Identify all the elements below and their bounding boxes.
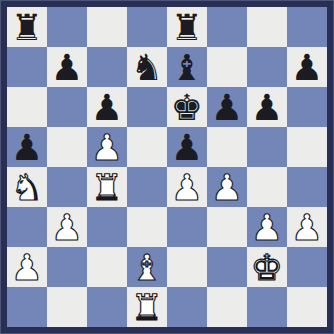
square-h8[interactable] — [287, 7, 327, 47]
square-b6[interactable] — [47, 87, 87, 127]
square-b4[interactable] — [47, 167, 87, 207]
piece-black-pawn: ♟ — [207, 87, 247, 127]
square-e1[interactable] — [167, 287, 207, 327]
piece-black-knight: ♞ — [127, 47, 167, 87]
square-f1[interactable] — [207, 287, 247, 327]
piece-white-pawn: ♟ — [287, 207, 327, 247]
chess-board-frame: ♜♜♟♞♝♟♟♚♟♟♟♟♟♞♜♟♟♟♟♟♟♝♚♜ — [0, 0, 334, 334]
square-c3[interactable] — [87, 207, 127, 247]
piece-black-bishop: ♝ — [167, 47, 207, 87]
piece-white-pawn: ♟ — [47, 207, 87, 247]
piece-black-rook: ♜ — [7, 7, 47, 47]
square-b2[interactable] — [47, 247, 87, 287]
piece-white-pawn: ♟ — [247, 207, 287, 247]
square-f5[interactable] — [207, 127, 247, 167]
square-g6[interactable]: ♟ — [247, 87, 287, 127]
square-a5[interactable]: ♟ — [7, 127, 47, 167]
square-e3[interactable] — [167, 207, 207, 247]
square-g2[interactable]: ♚ — [247, 247, 287, 287]
square-d2[interactable]: ♝ — [127, 247, 167, 287]
square-e8[interactable]: ♜ — [167, 7, 207, 47]
square-a7[interactable] — [7, 47, 47, 87]
square-b3[interactable]: ♟ — [47, 207, 87, 247]
square-h1[interactable] — [287, 287, 327, 327]
square-c7[interactable] — [87, 47, 127, 87]
square-g5[interactable] — [247, 127, 287, 167]
square-h3[interactable]: ♟ — [287, 207, 327, 247]
piece-white-pawn: ♟ — [7, 247, 47, 287]
square-f2[interactable] — [207, 247, 247, 287]
square-f8[interactable] — [207, 7, 247, 47]
piece-white-pawn: ♟ — [167, 167, 207, 207]
piece-black-pawn: ♟ — [7, 127, 47, 167]
square-e5[interactable]: ♟ — [167, 127, 207, 167]
square-d6[interactable] — [127, 87, 167, 127]
square-e2[interactable] — [167, 247, 207, 287]
square-a6[interactable] — [7, 87, 47, 127]
square-d5[interactable] — [127, 127, 167, 167]
square-g3[interactable]: ♟ — [247, 207, 287, 247]
square-h2[interactable] — [287, 247, 327, 287]
piece-black-pawn: ♟ — [287, 47, 327, 87]
square-d4[interactable] — [127, 167, 167, 207]
square-a4[interactable]: ♞ — [7, 167, 47, 207]
square-h6[interactable] — [287, 87, 327, 127]
square-a1[interactable] — [7, 287, 47, 327]
piece-white-pawn: ♟ — [87, 127, 127, 167]
square-a3[interactable] — [7, 207, 47, 247]
square-a8[interactable]: ♜ — [7, 7, 47, 47]
square-e4[interactable]: ♟ — [167, 167, 207, 207]
piece-white-rook: ♜ — [87, 167, 127, 207]
square-c4[interactable]: ♜ — [87, 167, 127, 207]
piece-white-pawn: ♟ — [207, 167, 247, 207]
piece-black-rook: ♜ — [167, 7, 207, 47]
square-c8[interactable] — [87, 7, 127, 47]
square-g4[interactable] — [247, 167, 287, 207]
square-f3[interactable] — [207, 207, 247, 247]
piece-white-king: ♚ — [247, 247, 287, 287]
piece-black-pawn: ♟ — [247, 87, 287, 127]
square-b7[interactable]: ♟ — [47, 47, 87, 87]
square-d1[interactable]: ♜ — [127, 287, 167, 327]
piece-white-bishop: ♝ — [127, 247, 167, 287]
square-g7[interactable] — [247, 47, 287, 87]
piece-black-pawn: ♟ — [167, 127, 207, 167]
square-b5[interactable] — [47, 127, 87, 167]
square-a2[interactable]: ♟ — [7, 247, 47, 287]
square-e7[interactable]: ♝ — [167, 47, 207, 87]
square-d8[interactable] — [127, 7, 167, 47]
square-e6[interactable]: ♚ — [167, 87, 207, 127]
square-h7[interactable]: ♟ — [287, 47, 327, 87]
piece-black-king: ♚ — [167, 87, 207, 127]
chess-board: ♜♜♟♞♝♟♟♚♟♟♟♟♟♞♜♟♟♟♟♟♟♝♚♜ — [7, 7, 327, 327]
piece-black-pawn: ♟ — [87, 87, 127, 127]
square-g8[interactable] — [247, 7, 287, 47]
square-h4[interactable] — [287, 167, 327, 207]
square-c6[interactable]: ♟ — [87, 87, 127, 127]
square-g1[interactable] — [247, 287, 287, 327]
square-f7[interactable] — [207, 47, 247, 87]
piece-white-knight: ♞ — [7, 167, 47, 207]
square-b1[interactable] — [47, 287, 87, 327]
square-d3[interactable] — [127, 207, 167, 247]
piece-black-pawn: ♟ — [47, 47, 87, 87]
square-d7[interactable]: ♞ — [127, 47, 167, 87]
square-c5[interactable]: ♟ — [87, 127, 127, 167]
square-h5[interactable] — [287, 127, 327, 167]
square-c2[interactable] — [87, 247, 127, 287]
piece-white-rook: ♜ — [127, 287, 167, 327]
square-b8[interactable] — [47, 7, 87, 47]
square-f6[interactable]: ♟ — [207, 87, 247, 127]
square-c1[interactable] — [87, 287, 127, 327]
square-f4[interactable]: ♟ — [207, 167, 247, 207]
